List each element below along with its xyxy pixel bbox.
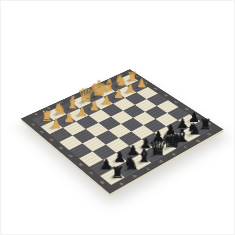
product-photo: abcdefgh abcdefgh 12345678 12345678 ♜♞♝♛… — [0, 0, 235, 235]
piece-white-pawn: ♟ — [48, 117, 64, 130]
chess-board-grid: ♜♞♝♛♚♝♞♜♟♟♟♟♟♟♟♟♟♟♟♟♟♟♟♟♜♞♝♛♚♝♞♜ — [32, 75, 212, 185]
chess-board: abcdefgh abcdefgh 12345678 12345678 ♜♞♝♛… — [21, 69, 224, 194]
scene: abcdefgh abcdefgh 12345678 12345678 ♜♞♝♛… — [1, 1, 234, 234]
piece-black-rook: ♜ — [109, 165, 127, 181]
